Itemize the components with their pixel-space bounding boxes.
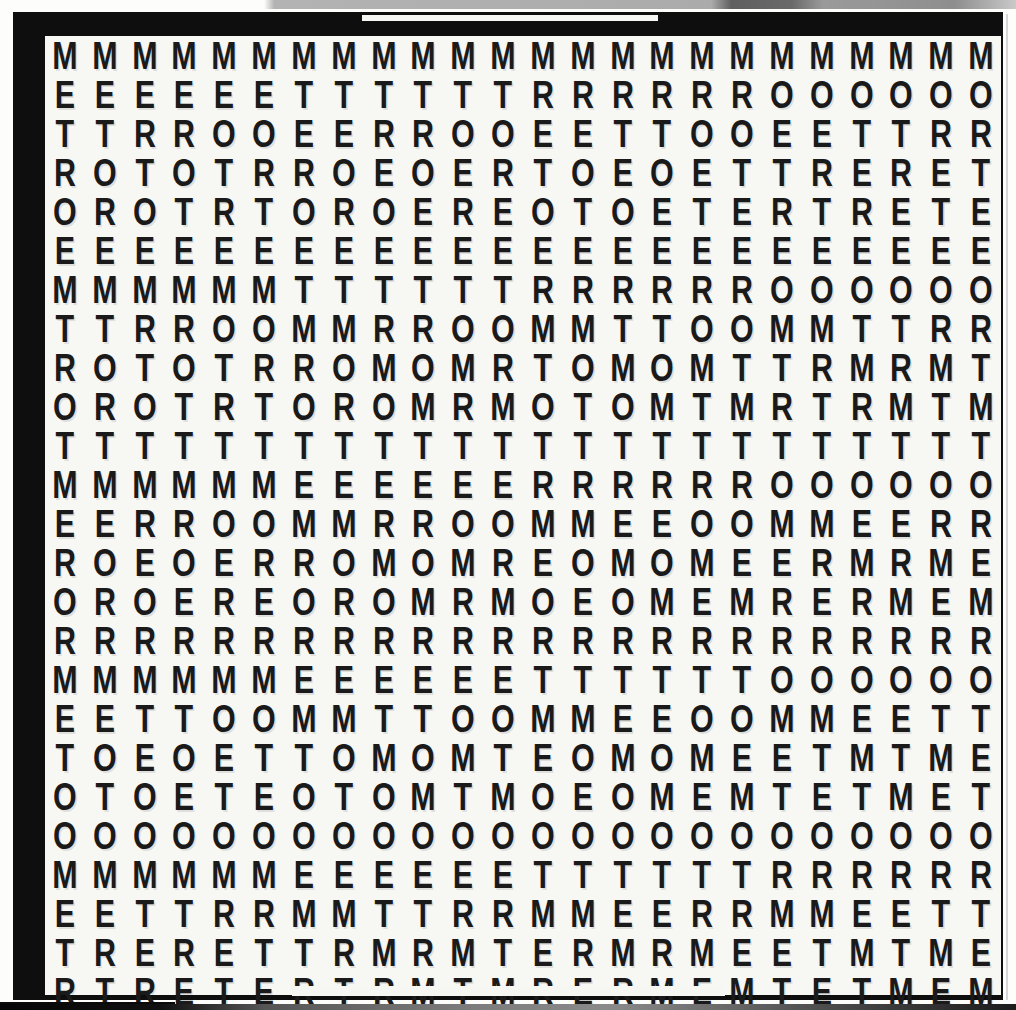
grid-cell: R	[926, 309, 957, 348]
grid-cell: M	[368, 933, 399, 972]
grid-cell: O	[527, 777, 558, 816]
grid-cell: T	[727, 426, 758, 465]
grid-cell: T	[129, 894, 160, 933]
grid-cell: T	[288, 933, 319, 972]
grid-cell: R	[89, 192, 120, 231]
grid-cell: O	[966, 816, 997, 855]
grid-cell: R	[846, 387, 877, 426]
grid-cell: M	[89, 660, 120, 699]
grid-cell: O	[806, 465, 837, 504]
photo-top-gray-band	[0, 0, 1016, 9]
grid-cell: O	[806, 270, 837, 309]
grid-cell: E	[328, 855, 359, 894]
grid-cell: O	[766, 660, 797, 699]
grid-cell: E	[607, 153, 638, 192]
grid-cell: T	[408, 699, 439, 738]
grid-cell: T	[647, 660, 678, 699]
grid-cell: R	[288, 153, 319, 192]
grid-cell: E	[129, 231, 160, 270]
grid-cell: M	[806, 309, 837, 348]
grid-cell: O	[288, 582, 319, 621]
grid-cell: T	[687, 855, 718, 894]
grid-cell: T	[966, 894, 997, 933]
grid-cell: E	[966, 192, 997, 231]
grid-cell: M	[806, 699, 837, 738]
grid-cell: E	[846, 894, 877, 933]
grid-cell: E	[129, 933, 160, 972]
grid-cell: M	[209, 660, 240, 699]
grid-cell: R	[368, 114, 399, 153]
grid-cell: T	[766, 426, 797, 465]
grid-cell: T	[886, 114, 917, 153]
grid-cell: R	[527, 465, 558, 504]
grid-cell: O	[408, 348, 439, 387]
grid-cell: E	[288, 855, 319, 894]
grid-cell: T	[567, 855, 598, 894]
grid-cell: M	[249, 660, 280, 699]
grid-cell: O	[169, 816, 200, 855]
grid-cell: M	[448, 738, 479, 777]
grid-cell: M	[249, 36, 280, 75]
grid-cell: E	[886, 504, 917, 543]
grid-cell: T	[806, 426, 837, 465]
grid-cell: R	[966, 855, 997, 894]
grid-cell: R	[687, 75, 718, 114]
grid-cell: M	[488, 36, 519, 75]
grid-cell: O	[727, 504, 758, 543]
grid-cell: M	[926, 348, 957, 387]
grid-cell: E	[727, 543, 758, 582]
grid-cell: M	[169, 660, 200, 699]
grid-cell: O	[846, 660, 877, 699]
grid-cell: T	[249, 738, 280, 777]
grid-cell: O	[209, 504, 240, 543]
grid-cell: E	[209, 738, 240, 777]
grid-cell: T	[169, 894, 200, 933]
grid-cell: M	[328, 699, 359, 738]
grid-cell: R	[647, 270, 678, 309]
grid-cell: M	[49, 660, 80, 699]
grid-cell: T	[607, 114, 638, 153]
grid-cell: R	[766, 855, 797, 894]
grid-cell: T	[408, 426, 439, 465]
grid-cell: E	[567, 231, 598, 270]
grid-cell: E	[368, 855, 399, 894]
grid-cell: R	[89, 621, 120, 660]
grid-cell: T	[727, 855, 758, 894]
grid-cell: M	[886, 582, 917, 621]
grid-cell: M	[766, 36, 797, 75]
grid-cell: O	[806, 75, 837, 114]
grid-cell: E	[846, 504, 877, 543]
grid-cell: T	[527, 660, 558, 699]
grid-cell: O	[527, 192, 558, 231]
grid-cell: E	[607, 699, 638, 738]
grid-cell: E	[647, 504, 678, 543]
grid-cell: M	[567, 36, 598, 75]
grid-cell: R	[328, 933, 359, 972]
grid-cell: R	[886, 621, 917, 660]
grid-cell: E	[527, 231, 558, 270]
grid-cell: M	[368, 738, 399, 777]
grid-cell: O	[527, 387, 558, 426]
grid-cell: O	[846, 270, 877, 309]
grid-cell: E	[49, 699, 80, 738]
grid-cell: T	[966, 699, 997, 738]
grid-cell: M	[687, 933, 718, 972]
grid-cell: M	[448, 36, 479, 75]
grid-cell: O	[926, 660, 957, 699]
grid-cell: O	[886, 75, 917, 114]
grid-cell: E	[448, 153, 479, 192]
grid-cell: O	[448, 816, 479, 855]
mat-shadow	[1006, 14, 1008, 1000]
grid-cell: O	[209, 309, 240, 348]
grid-cell: T	[49, 309, 80, 348]
grid-cell: R	[966, 309, 997, 348]
grid-cell: O	[249, 114, 280, 153]
grid-cell: M	[169, 270, 200, 309]
grid-cell: O	[926, 816, 957, 855]
grid-cell: T	[687, 426, 718, 465]
grid-cell: E	[926, 777, 957, 816]
grid-cell: R	[488, 621, 519, 660]
grid-cell: M	[49, 36, 80, 75]
grid-cell: E	[89, 504, 120, 543]
grid-cell: O	[49, 816, 80, 855]
grid-cell: E	[488, 660, 519, 699]
grid-cell: E	[488, 231, 519, 270]
grid-cell: R	[249, 348, 280, 387]
grid-cell: R	[488, 543, 519, 582]
grid-cell: T	[49, 426, 80, 465]
grid-cell: R	[89, 933, 120, 972]
grid-cell: M	[727, 387, 758, 426]
grid-cell: R	[209, 387, 240, 426]
grid-cell: R	[687, 894, 718, 933]
grid-cell: O	[169, 543, 200, 582]
grid-cell: M	[926, 543, 957, 582]
grid-cell: O	[89, 738, 120, 777]
grid-cell: R	[647, 933, 678, 972]
grid-cell: O	[766, 270, 797, 309]
grid-cell: M	[727, 777, 758, 816]
grid-cell: O	[687, 504, 718, 543]
grid-cell: T	[368, 270, 399, 309]
grid-cell: T	[647, 114, 678, 153]
grid-cell: O	[288, 192, 319, 231]
grid-cell: O	[328, 348, 359, 387]
grid-cell: E	[567, 582, 598, 621]
grid-cell: T	[607, 426, 638, 465]
grid-cell: M	[687, 543, 718, 582]
grid-cell: T	[288, 738, 319, 777]
grid-cell: E	[926, 231, 957, 270]
grid-cell: O	[926, 270, 957, 309]
grid-cell: M	[328, 309, 359, 348]
grid-cell: E	[766, 231, 797, 270]
grid-cell: T	[886, 738, 917, 777]
grid-cell: T	[846, 426, 877, 465]
grid-cell: O	[209, 114, 240, 153]
grid-cell: O	[49, 777, 80, 816]
grid-cell: M	[766, 504, 797, 543]
grid-cell: T	[966, 426, 997, 465]
grid-cell: M	[408, 777, 439, 816]
grid-cell: O	[966, 660, 997, 699]
grid-cell: M	[527, 36, 558, 75]
grid-cell: O	[328, 543, 359, 582]
grid-cell: E	[966, 231, 997, 270]
grid-cell: R	[806, 621, 837, 660]
grid-cell: O	[926, 465, 957, 504]
grid-cell: E	[129, 738, 160, 777]
grid-cell: O	[49, 192, 80, 231]
grid-cell: M	[966, 582, 997, 621]
grid-cell: R	[209, 894, 240, 933]
grid-cell: R	[647, 465, 678, 504]
grid-cell: E	[288, 231, 319, 270]
grid-cell: T	[607, 855, 638, 894]
grid-cell: R	[846, 582, 877, 621]
grid-cell: T	[527, 855, 558, 894]
grid-cell: O	[766, 816, 797, 855]
grid-cell: O	[886, 465, 917, 504]
grid-cell: E	[49, 75, 80, 114]
grid-cell: M	[408, 582, 439, 621]
grid-cell: E	[926, 582, 957, 621]
grid-cell: O	[567, 543, 598, 582]
grid-cell: T	[249, 933, 280, 972]
grid-cell: T	[288, 270, 319, 309]
grid-cell: M	[129, 465, 160, 504]
grid-cell: O	[328, 153, 359, 192]
grid-cell: R	[527, 621, 558, 660]
grid-cell: T	[89, 777, 120, 816]
grid-cell: R	[129, 504, 160, 543]
grid-cell: M	[169, 465, 200, 504]
grid-cell: O	[647, 348, 678, 387]
grid-cell: R	[408, 933, 439, 972]
grid-cell: R	[408, 114, 439, 153]
grid-cell: O	[846, 75, 877, 114]
grid-cell: T	[886, 426, 917, 465]
grid-cell: M	[926, 738, 957, 777]
grid-cell: T	[368, 699, 399, 738]
grid-cell: M	[886, 36, 917, 75]
grid-cell: R	[687, 465, 718, 504]
grid-cell: M	[368, 543, 399, 582]
grid-cell: M	[249, 465, 280, 504]
grid-cell: R	[846, 192, 877, 231]
grid-cell: R	[966, 504, 997, 543]
grid-cell: T	[408, 894, 439, 933]
grid-cell: R	[249, 621, 280, 660]
grid-cell: R	[527, 270, 558, 309]
grid-cell: E	[408, 660, 439, 699]
grid-cell: T	[169, 387, 200, 426]
grid-cell: O	[288, 816, 319, 855]
grid-cell: E	[607, 894, 638, 933]
grid-cell: O	[408, 153, 439, 192]
grid-cell: M	[129, 855, 160, 894]
grid-cell: R	[249, 153, 280, 192]
grid-cell: E	[89, 699, 120, 738]
grid-cell: O	[49, 582, 80, 621]
grid-cell: E	[448, 465, 479, 504]
grid-cell: O	[129, 192, 160, 231]
grid-cell: O	[727, 699, 758, 738]
grid-cell: O	[687, 309, 718, 348]
grid-cell: E	[806, 231, 837, 270]
grid-cell: R	[607, 621, 638, 660]
grid-cell: M	[607, 933, 638, 972]
grid-cell: E	[647, 192, 678, 231]
grid-cell: T	[488, 75, 519, 114]
grid-cell: O	[368, 816, 399, 855]
grid-cell: O	[607, 777, 638, 816]
grid-cell: O	[249, 504, 280, 543]
grid-cell: O	[647, 816, 678, 855]
grid-cell: E	[846, 153, 877, 192]
grid-cell: E	[886, 699, 917, 738]
grid-cell: T	[846, 114, 877, 153]
grid-cell: R	[766, 387, 797, 426]
grid-cell: R	[448, 192, 479, 231]
grid-cell: T	[89, 426, 120, 465]
grid-cell: T	[368, 894, 399, 933]
grid-cell: T	[288, 75, 319, 114]
grid-cell: E	[288, 114, 319, 153]
grid-cell: R	[766, 621, 797, 660]
grid-cell: R	[169, 309, 200, 348]
grid-cell: R	[169, 504, 200, 543]
grid-cell: T	[368, 426, 399, 465]
grid-cell: O	[488, 309, 519, 348]
grid-cell: T	[129, 699, 160, 738]
grid-cell: T	[368, 75, 399, 114]
grid-cell: O	[129, 816, 160, 855]
grid-cell: E	[288, 465, 319, 504]
grid-cell: O	[886, 816, 917, 855]
grid-cell: E	[408, 231, 439, 270]
grid-cell: M	[567, 309, 598, 348]
grid-cell: R	[846, 855, 877, 894]
grid-cell: O	[567, 816, 598, 855]
grid-cell: E	[408, 192, 439, 231]
grid-cell: M	[249, 855, 280, 894]
grid-cell: T	[926, 699, 957, 738]
grid-cell: E	[488, 855, 519, 894]
grid-cell: O	[129, 387, 160, 426]
grid-cell: O	[89, 816, 120, 855]
grid-cell: M	[328, 36, 359, 75]
grid-cell: O	[448, 504, 479, 543]
grid-cell: O	[288, 777, 319, 816]
grid-cell: O	[966, 75, 997, 114]
grid-cell: E	[328, 114, 359, 153]
grid-cell: M	[209, 36, 240, 75]
grid-cell: T	[727, 153, 758, 192]
grid-cell: R	[806, 348, 837, 387]
grid-cell: M	[49, 855, 80, 894]
grid-cell: E	[687, 777, 718, 816]
grid-cell: O	[806, 816, 837, 855]
grid-cell: T	[328, 270, 359, 309]
grid-cell: R	[448, 894, 479, 933]
grid-cell: R	[966, 621, 997, 660]
grid-cell: O	[766, 465, 797, 504]
grid-cell: M	[846, 738, 877, 777]
grid-cell: E	[647, 894, 678, 933]
grid-cell: O	[89, 543, 120, 582]
grid-cell: E	[488, 465, 519, 504]
grid-cell: E	[607, 231, 638, 270]
grid-cell: R	[766, 192, 797, 231]
grid-cell: E	[209, 543, 240, 582]
grid-cell: M	[886, 387, 917, 426]
grid-cell: M	[687, 738, 718, 777]
grid-cell: E	[169, 582, 200, 621]
grid-cell: R	[527, 75, 558, 114]
grid-cell: O	[607, 387, 638, 426]
grid-cell: T	[488, 933, 519, 972]
grid-cell: R	[408, 621, 439, 660]
grid-cell: O	[169, 348, 200, 387]
grid-cell: O	[169, 738, 200, 777]
grid-cell: R	[408, 504, 439, 543]
grid-cell: R	[328, 192, 359, 231]
grid-cell: O	[806, 660, 837, 699]
grid-cell: O	[488, 816, 519, 855]
grid-cell: T	[886, 933, 917, 972]
grid-cell: M	[647, 582, 678, 621]
grid-cell: M	[488, 387, 519, 426]
grid-cell: R	[368, 504, 399, 543]
grid-cell: O	[488, 114, 519, 153]
grid-cell: O	[129, 582, 160, 621]
grid-cell: O	[727, 816, 758, 855]
grid-cell: T	[169, 699, 200, 738]
grid-cell: R	[966, 114, 997, 153]
grid-cell: M	[687, 36, 718, 75]
grid-cell: R	[727, 621, 758, 660]
grid-cell: O	[886, 660, 917, 699]
grid-cell: E	[368, 153, 399, 192]
grid-cell: O	[408, 816, 439, 855]
grid-cell: M	[806, 36, 837, 75]
grid-cell: E	[607, 504, 638, 543]
grid-cell: T	[527, 348, 558, 387]
grid-cell: E	[209, 933, 240, 972]
grid-cell: T	[129, 426, 160, 465]
grid-cell: T	[488, 738, 519, 777]
grid-cell: R	[806, 153, 837, 192]
grid-cell: M	[607, 738, 638, 777]
grid-cell: T	[926, 387, 957, 426]
grid-cell: O	[886, 270, 917, 309]
grid-cell: T	[926, 426, 957, 465]
grid-cell: R	[886, 855, 917, 894]
grid-cell: M	[448, 348, 479, 387]
grid-cell: M	[408, 387, 439, 426]
grid-cell: E	[766, 933, 797, 972]
grid-cell: M	[886, 777, 917, 816]
grid-cell: M	[527, 309, 558, 348]
grid-cell: R	[727, 75, 758, 114]
grid-cell: T	[49, 738, 80, 777]
grid-cell: T	[766, 153, 797, 192]
